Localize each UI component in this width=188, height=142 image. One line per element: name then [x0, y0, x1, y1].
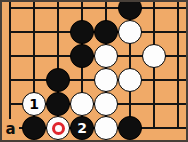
go-stone-black — [46, 92, 70, 116]
go-stone-white — [94, 116, 118, 140]
go-stone-white — [94, 68, 118, 92]
go-stone-black — [22, 116, 46, 140]
go-stone-white-move-1: 1 — [22, 92, 46, 116]
go-stone-white — [94, 92, 118, 116]
go-stone-black-move-2: 2 — [70, 116, 94, 140]
go-stone-black — [70, 20, 94, 44]
go-stone-white — [142, 44, 166, 68]
go-stone-white — [70, 92, 94, 116]
move-number-label: 2 — [77, 121, 87, 135]
go-stone-white — [118, 20, 142, 44]
go-stone-black — [94, 20, 118, 44]
circle-marker-icon — [52, 122, 65, 135]
go-stone-black — [70, 44, 94, 68]
go-stone-black — [46, 68, 70, 92]
move-number-label: 1 — [29, 97, 39, 111]
go-stone-white — [94, 44, 118, 68]
go-stone-white — [118, 68, 142, 92]
go-stone-white-marked — [46, 116, 70, 140]
point-label-a: a — [2, 119, 19, 138]
go-board-diagram: 12a — [0, 0, 188, 142]
go-stone-black — [118, 116, 142, 140]
